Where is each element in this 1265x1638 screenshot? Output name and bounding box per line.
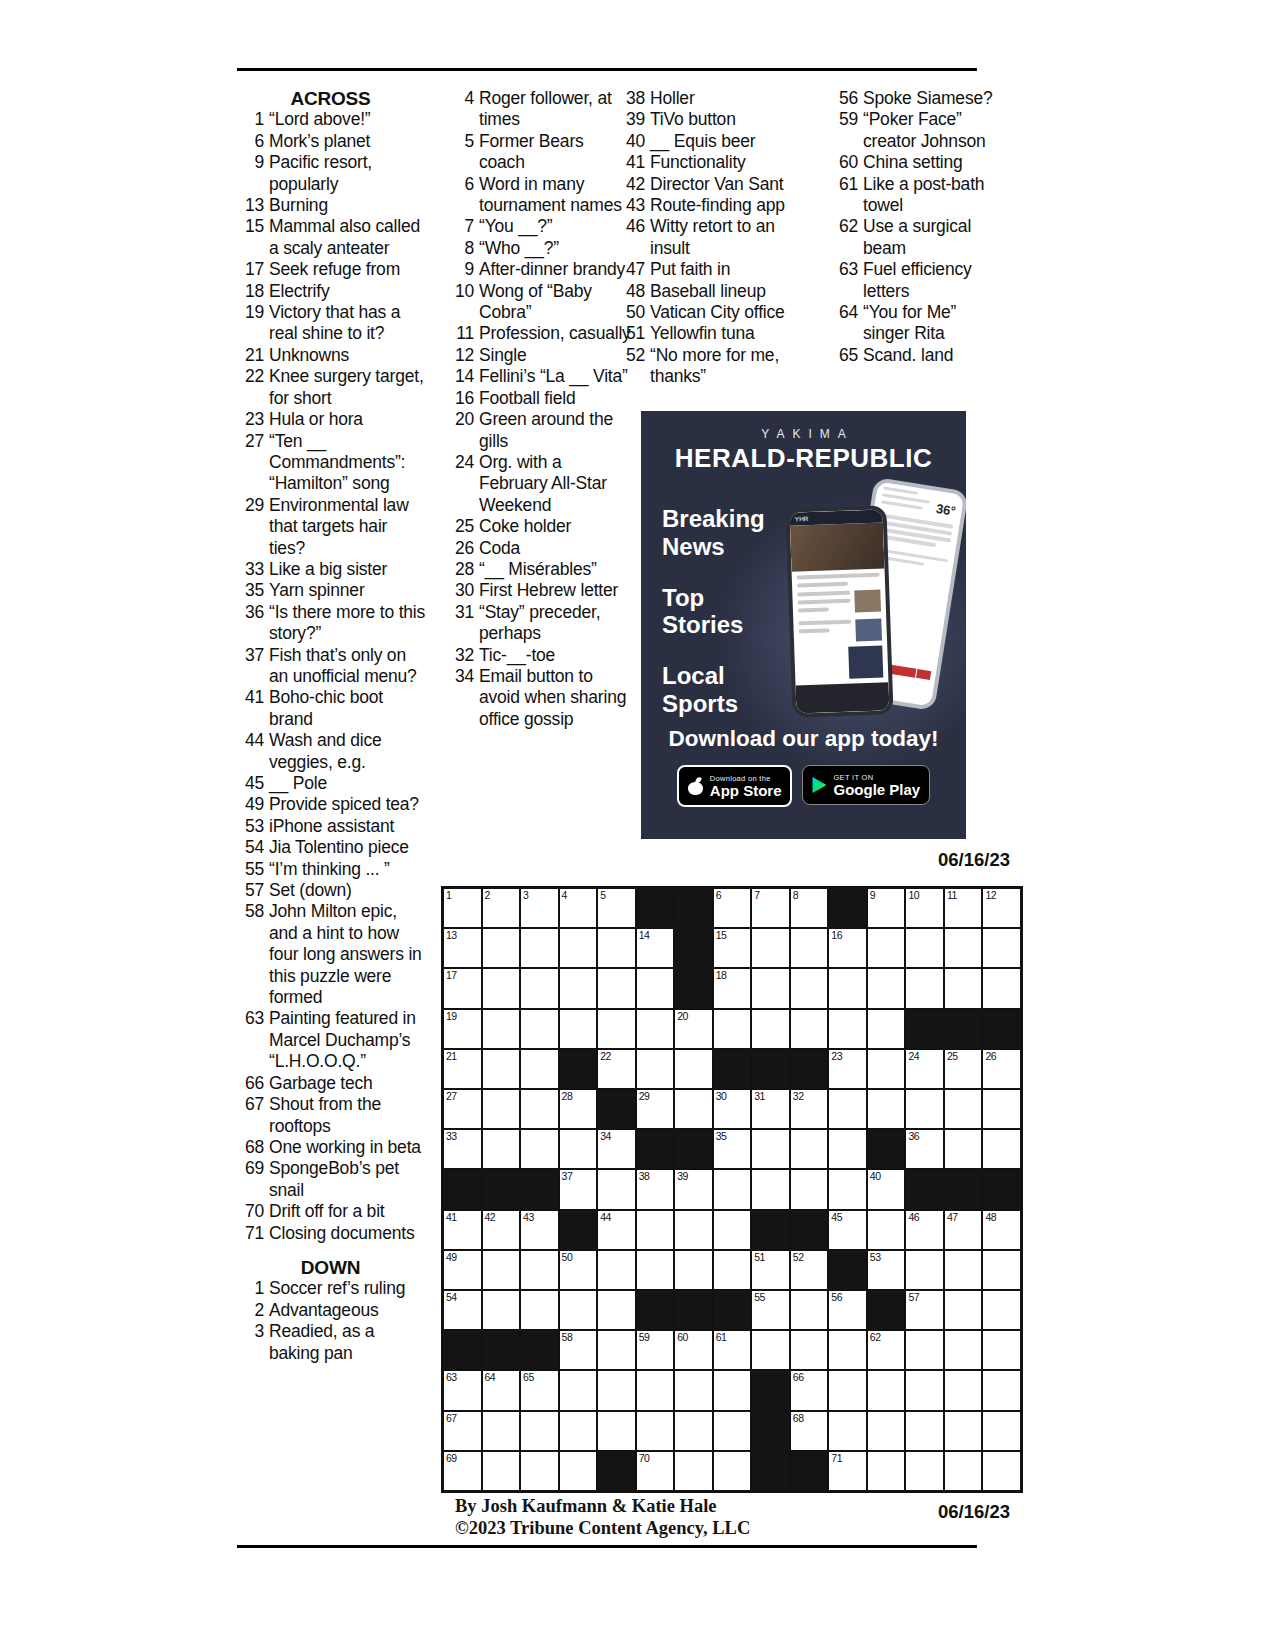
cell-r3c3[interactable] [521,969,558,1007]
cell-r3c1[interactable]: 17 [444,969,481,1007]
cell-r10c3[interactable] [521,1251,558,1289]
cell-number: 58 [562,1332,573,1343]
cell-r1c2[interactable]: 2 [483,889,520,927]
clue-number: 15 [234,216,264,259]
cell-r11c2[interactable] [483,1291,520,1329]
clue-text: After-dinner brandy [479,259,631,280]
clue-down-14: 14Fellini’s “La __ Vita” [444,366,631,387]
cell-r12c13[interactable] [906,1331,943,1369]
cell-r14c12[interactable] [868,1412,905,1450]
puzzle-date-bottom: 06/16/23 [830,1501,1010,1523]
cell-r11c5[interactable] [598,1291,635,1329]
cell-r14c3[interactable] [521,1412,558,1450]
cell-r8c7[interactable]: 39 [675,1170,712,1208]
clue-text: Jia Tolentino piece [269,837,427,858]
clue-number: 38 [615,88,645,109]
cell-r15c13[interactable] [906,1452,943,1490]
cell-r14c15[interactable] [983,1412,1020,1450]
clue-text: China setting [863,152,995,173]
cell-number: 11 [947,890,957,901]
cell-r12c4[interactable]: 58 [560,1331,597,1369]
cell-r9c7[interactable] [675,1211,712,1249]
cell-r1c13[interactable]: 10 [906,889,943,927]
clue-down-3: 3Readied, as a baking pan [234,1321,427,1364]
cell-r14c14[interactable] [945,1412,982,1450]
black-cell-r8c14 [945,1170,982,1208]
cell-r2c6[interactable]: 14 [637,929,674,967]
cell-r2c11[interactable]: 16 [829,929,866,967]
clue-column-4: 56Spoke Siamese?59“Poker Face” creator J… [828,88,995,366]
clue-number: 26 [444,538,474,559]
cell-r10c15[interactable] [983,1251,1020,1289]
clue-number: 56 [828,88,858,109]
clue-text: iPhone assistant [269,816,427,837]
cell-r10c6[interactable] [637,1251,674,1289]
cell-r11c3[interactable] [521,1291,558,1329]
cell-r12c9[interactable] [752,1331,789,1369]
clue-across-33: 33Like a big sister [234,559,427,580]
cell-r3c8[interactable]: 18 [714,969,751,1007]
cell-r13c4[interactable] [560,1371,597,1409]
cell-number: 62 [870,1332,881,1343]
clue-number: 20 [444,409,474,452]
cell-r14c2[interactable] [483,1412,520,1450]
cell-r13c8[interactable] [714,1371,751,1409]
clue-text: “You for Me” singer Rita [863,302,995,345]
cell-r12c7[interactable]: 60 [675,1331,712,1369]
cell-r4c2[interactable] [483,1010,520,1048]
clue-text: Garbage tech [269,1073,427,1094]
cell-r10c12[interactable]: 53 [868,1251,905,1289]
clue-down-50: 50Vatican City office [615,302,802,323]
news-app-screen: YHR [790,509,890,713]
cell-number: 66 [793,1372,804,1383]
cell-r10c7[interactable] [675,1251,712,1289]
cell-r14c11[interactable] [829,1412,866,1450]
ad-feature-top-stories: Top Stories [662,584,790,640]
cell-r15c1[interactable]: 69 [444,1452,481,1490]
cell-number: 23 [831,1051,842,1062]
cell-number: 35 [716,1131,727,1142]
cell-r7c1[interactable]: 33 [444,1130,481,1168]
cell-r7c3[interactable] [521,1130,558,1168]
cell-r10c2[interactable] [483,1251,520,1289]
cell-r11c14[interactable] [945,1291,982,1329]
cell-r5c3[interactable] [521,1050,558,1088]
cell-number: 41 [446,1212,457,1223]
cell-r2c9[interactable] [752,929,789,967]
cell-r5c5[interactable]: 22 [598,1050,635,1088]
cell-r15c3[interactable] [521,1452,558,1490]
cell-r2c5[interactable] [598,929,635,967]
cell-r13c6[interactable] [637,1371,674,1409]
cell-r8c8[interactable] [714,1170,751,1208]
clue-number: 19 [234,302,264,345]
cell-r9c8[interactable] [714,1211,751,1249]
cell-r4c8[interactable] [714,1010,751,1048]
cell-r6c4[interactable]: 28 [560,1090,597,1128]
cell-r7c10[interactable] [791,1130,828,1168]
cell-r6c10[interactable]: 32 [791,1090,828,1128]
ad-brand-name: HERALD-REPUBLIC [641,443,966,474]
clue-across-22: 22Knee surgery target, for short [234,366,427,409]
cell-number: 57 [908,1292,919,1303]
clue-text: Former Bears coach [479,131,631,174]
black-cell-r4c14 [945,1010,982,1048]
black-cell-r9c10 [791,1211,828,1249]
cell-r10c10[interactable]: 52 [791,1251,828,1289]
cell-number: 38 [639,1171,650,1182]
cell-number: 45 [831,1212,842,1223]
cell-r15c6[interactable]: 70 [637,1452,674,1490]
cell-r5c15[interactable]: 26 [983,1050,1020,1088]
cell-number: 32 [793,1091,804,1102]
cell-r5c6[interactable] [637,1050,674,1088]
cell-number: 1 [446,890,451,901]
cell-r12c12[interactable]: 62 [868,1331,905,1369]
cell-r10c5[interactable] [598,1251,635,1289]
cell-r15c15[interactable] [983,1452,1020,1490]
clue-text: Burning [269,195,427,216]
google-play-badge[interactable]: GET IT ON Google Play [802,765,930,805]
cell-r12c6[interactable]: 59 [637,1331,674,1369]
clue-down-4: 4Roger follower, at times [444,88,631,131]
cell-r14c7[interactable] [675,1412,712,1450]
clue-number: 61 [828,174,858,217]
clue-down-59: 59“Poker Face” creator Johnson [828,109,995,152]
cell-r11c13[interactable]: 57 [906,1291,943,1329]
clue-across-1: 1“Lord above!” [234,109,427,130]
ad-cta-text: Download our app today! [641,726,966,752]
cell-r4c11[interactable] [829,1010,866,1048]
cell-r13c14[interactable] [945,1371,982,1409]
cell-r14c5[interactable] [598,1412,635,1450]
clue-number: 50 [615,302,645,323]
cell-number: 9 [870,890,875,901]
cell-r14c1[interactable]: 67 [444,1412,481,1450]
cell-r4c7[interactable]: 20 [675,1010,712,1048]
cell-r15c2[interactable] [483,1452,520,1490]
cell-r6c1[interactable]: 27 [444,1090,481,1128]
cell-r13c2[interactable]: 64 [483,1371,520,1409]
cell-r1c10[interactable]: 8 [791,889,828,927]
cell-r6c7[interactable] [675,1090,712,1128]
clue-down-9: 9After-dinner brandy [444,259,631,280]
cell-r14c13[interactable] [906,1412,943,1450]
clue-text: Green around the gills [479,409,631,452]
cell-r3c12[interactable] [868,969,905,1007]
clue-down-24: 24Org. with a February All-Star Weekend [444,452,631,516]
cell-r10c13[interactable] [906,1251,943,1289]
clue-text: Email button to avoid when sharing offic… [479,666,631,730]
cell-number: 5 [600,890,605,901]
cell-r2c15[interactable] [983,929,1020,967]
cell-r4c5[interactable] [598,1010,635,1048]
cell-r8c6[interactable]: 38 [637,1170,674,1208]
clue-across-21: 21Unknowns [234,345,427,366]
cell-number: 68 [793,1413,804,1424]
cell-number: 53 [870,1252,881,1263]
cell-number: 14 [639,930,650,941]
clue-down-32: 32Tic-__-toe [444,645,631,666]
clue-text: Advantageous [269,1300,427,1321]
cell-r11c10[interactable] [791,1291,828,1329]
cell-r12c10[interactable] [791,1331,828,1369]
cell-number: 39 [677,1171,688,1182]
cell-r9c1[interactable]: 41 [444,1211,481,1249]
cell-r4c10[interactable] [791,1010,828,1048]
cell-r10c8[interactable] [714,1251,751,1289]
cell-r1c8[interactable]: 6 [714,889,751,927]
cell-r13c3[interactable]: 65 [521,1371,558,1409]
clue-across-13: 13Burning [234,195,427,216]
cell-r7c9[interactable] [752,1130,789,1168]
clue-text: Use a surgical beam [863,216,995,259]
clue-text: __ Pole [269,773,427,794]
clue-across-69: 69SpongeBob’s pet snail [234,1158,427,1201]
cell-r15c7[interactable] [675,1452,712,1490]
ad-store-badges: Download on the App Store GET IT ON Goog… [641,765,966,807]
clue-down-41: 41Functionality [615,152,802,173]
cell-r12c15[interactable] [983,1331,1020,1369]
clue-across-49: 49Provide spiced tea? [234,794,427,815]
cell-r14c8[interactable] [714,1412,751,1450]
clue-text: “Who __?” [479,238,631,259]
clue-down-31: 31“Stay” preceder, perhaps [444,602,631,645]
newspaper-crossword-page: { "game": "crossword", "position": [ "..… [0,0,1265,1638]
clue-text: Seek refuge from [269,259,427,280]
clue-down-51: 51Yellowfin tuna [615,323,802,344]
cell-r4c3[interactable] [521,1010,558,1048]
cell-r13c12[interactable] [868,1371,905,1409]
cell-r3c9[interactable] [752,969,789,1007]
cell-r5c1[interactable]: 21 [444,1050,481,1088]
cell-r6c12[interactable] [868,1090,905,1128]
cell-r6c15[interactable] [983,1090,1020,1128]
cell-r2c2[interactable] [483,929,520,967]
cell-number: 36 [908,1131,919,1142]
cell-r9c15[interactable]: 48 [983,1211,1020,1249]
cell-r8c4[interactable]: 37 [560,1170,597,1208]
cell-r1c15[interactable]: 12 [983,889,1020,927]
clue-down-38: 38Holler [615,88,802,109]
cell-r15c11[interactable]: 71 [829,1452,866,1490]
cell-r2c14[interactable] [945,929,982,967]
cell-r3c2[interactable] [483,969,520,1007]
cell-r15c12[interactable] [868,1452,905,1490]
clue-text: Knee surgery target, for short [269,366,427,409]
cell-number: 30 [716,1091,727,1102]
cell-r11c15[interactable] [983,1291,1020,1329]
cell-r9c13[interactable]: 46 [906,1211,943,1249]
cell-r4c12[interactable] [868,1010,905,1048]
clue-number: 23 [234,409,264,430]
cell-r7c13[interactable]: 36 [906,1130,943,1168]
cell-r8c9[interactable] [752,1170,789,1208]
cell-r14c4[interactable] [560,1412,597,1450]
cell-r7c4[interactable] [560,1130,597,1168]
clue-number: 1 [234,1278,264,1299]
clue-down-8: 8“Who __?” [444,238,631,259]
clue-text: Victory that has a real shine to it? [269,302,427,345]
cell-r3c5[interactable] [598,969,635,1007]
clue-number: 54 [234,837,264,858]
cell-r3c4[interactable] [560,969,597,1007]
cell-r3c13[interactable] [906,969,943,1007]
cell-r13c10[interactable]: 66 [791,1371,828,1409]
clue-text: Word in many tournament names [479,174,631,217]
cell-r5c12[interactable] [868,1050,905,1088]
cell-r4c6[interactable] [637,1010,674,1048]
cell-r5c2[interactable] [483,1050,520,1088]
clue-text: Baseball lineup [650,281,802,302]
cell-r6c3[interactable] [521,1090,558,1128]
cell-r10c1[interactable]: 49 [444,1251,481,1289]
cell-number: 3 [523,890,528,901]
cell-number: 8 [793,890,798,901]
cell-r10c4[interactable]: 50 [560,1251,597,1289]
cell-r4c9[interactable] [752,1010,789,1048]
cell-r2c4[interactable] [560,929,597,967]
cell-r1c5[interactable]: 5 [598,889,635,927]
cell-r6c11[interactable] [829,1090,866,1128]
cell-r9c12[interactable] [868,1211,905,1249]
cell-r13c1[interactable]: 63 [444,1371,481,1409]
cell-r7c8[interactable]: 35 [714,1130,751,1168]
cell-number: 15 [716,930,727,941]
cell-r15c4[interactable] [560,1452,597,1490]
cell-r9c2[interactable]: 42 [483,1211,520,1249]
cell-r3c10[interactable] [791,969,828,1007]
cell-r12c5[interactable] [598,1331,635,1369]
cell-r8c10[interactable] [791,1170,828,1208]
crossword-grid[interactable]: 1234567891011121314151617181920212223242… [441,886,1023,1493]
clue-across-54: 54Jia Tolentino piece [234,837,427,858]
clue-down-16: 16Football field [444,388,631,409]
cell-r1c1[interactable]: 1 [444,889,481,927]
cell-r1c4[interactable]: 4 [560,889,597,927]
cell-r5c14[interactable]: 25 [945,1050,982,1088]
app-store-badge[interactable]: Download on the App Store [677,765,793,807]
cell-r2c12[interactable] [868,929,905,967]
clue-text: Readied, as a baking pan [269,1321,427,1364]
clue-across-29: 29Environmental law that targets hair ti… [234,495,427,559]
clue-number: 69 [234,1158,264,1201]
weather-alert-button [916,669,931,680]
cell-r7c2[interactable] [483,1130,520,1168]
cell-r5c13[interactable]: 24 [906,1050,943,1088]
clue-number: 41 [615,152,645,173]
cell-r11c9[interactable]: 55 [752,1291,789,1329]
cell-r9c11[interactable]: 45 [829,1211,866,1249]
clue-text: Spoke Siamese? [863,88,995,109]
cell-r6c6[interactable]: 29 [637,1090,674,1128]
clue-number: 30 [444,580,474,601]
cell-r13c5[interactable] [598,1371,635,1409]
cell-r6c2[interactable] [483,1090,520,1128]
clue-number: 25 [444,516,474,537]
cell-r2c13[interactable] [906,929,943,967]
cell-r11c11[interactable]: 56 [829,1291,866,1329]
cell-r4c1[interactable]: 19 [444,1010,481,1048]
cell-r3c15[interactable] [983,969,1020,1007]
cell-r1c14[interactable]: 11 [945,889,982,927]
cell-r5c11[interactable]: 23 [829,1050,866,1088]
clue-number: 37 [234,645,264,688]
cell-r11c1[interactable]: 54 [444,1291,481,1329]
clue-text: Mammal also called a scaly anteater [269,216,427,259]
cell-r10c14[interactable] [945,1251,982,1289]
cell-r13c15[interactable] [983,1371,1020,1409]
clue-number: 9 [234,152,264,195]
cell-r9c14[interactable]: 47 [945,1211,982,1249]
cell-r7c15[interactable] [983,1130,1020,1168]
cell-r2c1[interactable]: 13 [444,929,481,967]
cell-r14c10[interactable]: 68 [791,1412,828,1450]
cell-r14c6[interactable] [637,1412,674,1450]
cell-number: 4 [562,890,567,901]
clue-number: 45 [234,773,264,794]
cell-r1c3[interactable]: 3 [521,889,558,927]
black-cell-r9c4 [560,1211,597,1249]
cell-r11c4[interactable] [560,1291,597,1329]
cell-r15c14[interactable] [945,1452,982,1490]
cell-r5c7[interactable] [675,1050,712,1088]
puzzle-date-top: 06/16/23 [830,849,1010,871]
cell-r13c7[interactable] [675,1371,712,1409]
clue-text: “I’m thinking ... ” [269,859,427,880]
cell-r9c3[interactable]: 43 [521,1211,558,1249]
cell-r10c9[interactable]: 51 [752,1251,789,1289]
news-hero-photo [790,522,885,571]
cell-r2c10[interactable] [791,929,828,967]
cell-r7c11[interactable] [829,1130,866,1168]
cell-r9c6[interactable] [637,1211,674,1249]
cell-r6c8[interactable]: 30 [714,1090,751,1128]
cell-r2c3[interactable] [521,929,558,967]
cell-r7c14[interactable] [945,1130,982,1168]
cell-r4c4[interactable] [560,1010,597,1048]
cell-number: 69 [446,1453,457,1464]
cell-r6c13[interactable] [906,1090,943,1128]
cell-r3c14[interactable] [945,969,982,1007]
cell-r12c8[interactable]: 61 [714,1331,751,1369]
cell-r13c11[interactable] [829,1371,866,1409]
cell-r3c11[interactable] [829,969,866,1007]
cell-r12c14[interactable] [945,1331,982,1369]
cell-r1c12[interactable]: 9 [868,889,905,927]
cell-r13c13[interactable] [906,1371,943,1409]
cell-r8c11[interactable] [829,1170,866,1208]
cell-r2c8[interactable]: 15 [714,929,751,967]
cell-r12c11[interactable] [829,1331,866,1369]
clue-number: 71 [234,1223,264,1244]
clue-across-67: 67Shout from the rooftops [234,1094,427,1137]
clue-text: Drift off for a bit [269,1201,427,1222]
cell-r8c12[interactable]: 40 [868,1170,905,1208]
cell-r8c5[interactable] [598,1170,635,1208]
cell-r6c14[interactable] [945,1090,982,1128]
cell-r1c9[interactable]: 7 [752,889,789,927]
cell-number: 60 [677,1332,688,1343]
cell-r6c9[interactable]: 31 [752,1090,789,1128]
cell-r7c5[interactable]: 34 [598,1130,635,1168]
cell-number: 2 [485,890,490,901]
cell-r9c5[interactable]: 44 [598,1211,635,1249]
black-cell-r6c5 [598,1090,635,1128]
cell-r3c6[interactable] [637,969,674,1007]
cell-r15c8[interactable] [714,1452,751,1490]
